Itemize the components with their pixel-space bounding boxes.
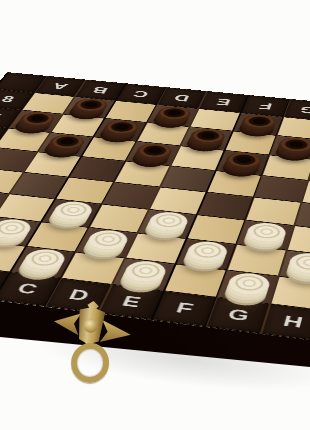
dark-piece[interactable]	[101, 119, 142, 136]
dark-piece[interactable]	[16, 111, 57, 128]
light-piece[interactable]	[20, 247, 69, 271]
light-piece[interactable]	[0, 218, 35, 241]
light-piece[interactable]	[184, 240, 230, 264]
light-piece[interactable]	[244, 221, 288, 244]
dark-piece[interactable]	[188, 128, 228, 146]
dark-piece[interactable]	[276, 136, 310, 154]
brass-latch	[47, 294, 136, 383]
product-photo-scene: ABCDEFGH8877665544332211ABCDEFGH	[0, 0, 310, 430]
light-piece[interactable]	[121, 259, 169, 284]
light-piece[interactable]	[50, 200, 96, 222]
dark-piece[interactable]	[133, 142, 174, 161]
dark-piece[interactable]	[46, 133, 88, 151]
latch-wing-left-icon	[53, 310, 81, 335]
dark-piece[interactable]	[154, 105, 193, 122]
light-piece[interactable]	[146, 210, 191, 232]
light-piece[interactable]	[287, 251, 310, 275]
dark-piece[interactable]	[71, 97, 111, 113]
dark-piece[interactable]	[223, 151, 264, 170]
light-piece[interactable]	[84, 229, 131, 252]
light-piece[interactable]	[225, 271, 272, 297]
dark-piece[interactable]	[240, 114, 278, 131]
latch-wing-right-icon	[100, 320, 132, 345]
